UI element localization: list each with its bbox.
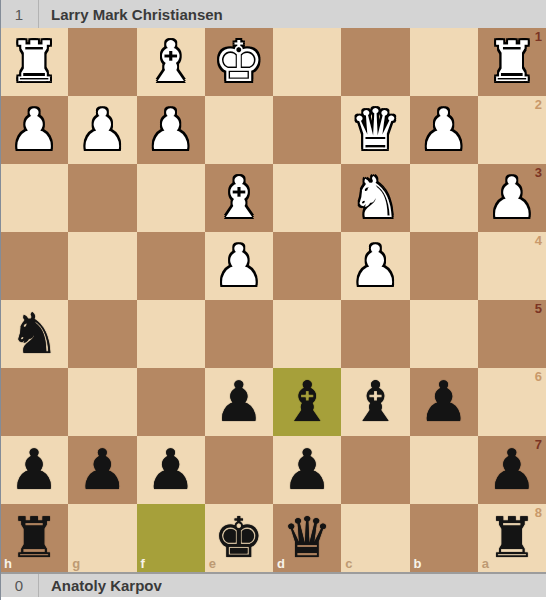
square-e5[interactable] [205, 300, 273, 368]
square-e1[interactable]: ♚ [205, 28, 273, 96]
square-h4[interactable] [0, 232, 68, 300]
bottom-player-bar: 0 Anatoly Karpov [0, 572, 546, 597]
square-h1[interactable]: ♜ [0, 28, 68, 96]
square-a7[interactable]: ♟7 [478, 436, 546, 504]
square-g3[interactable] [68, 164, 136, 232]
square-d3[interactable] [273, 164, 341, 232]
file-label-b: b [414, 557, 422, 570]
square-d2[interactable] [273, 96, 341, 164]
square-d7[interactable]: ♟ [273, 436, 341, 504]
square-g5[interactable] [68, 300, 136, 368]
square-g8[interactable]: g [68, 504, 136, 572]
white-pawn-piece[interactable]: ♟ [9, 102, 59, 158]
white-bishop-piece[interactable]: ♝ [214, 170, 264, 226]
white-rook-piece[interactable]: ♜ [487, 34, 537, 90]
square-c8[interactable]: c [341, 504, 409, 572]
square-b8[interactable]: b [410, 504, 478, 572]
white-pawn-piece[interactable]: ♟ [419, 102, 469, 158]
file-label-c: c [345, 557, 352, 570]
square-a5[interactable]: 5 [478, 300, 546, 368]
square-c7[interactable] [341, 436, 409, 504]
square-e4[interactable]: ♟ [205, 232, 273, 300]
square-e7[interactable] [205, 436, 273, 504]
square-a3[interactable]: ♟3 [478, 164, 546, 232]
square-a1[interactable]: ♜1 [478, 28, 546, 96]
black-pawn-piece[interactable]: ♟ [419, 374, 469, 430]
square-a4[interactable]: 4 [478, 232, 546, 300]
square-c3[interactable]: ♞ [341, 164, 409, 232]
square-f7[interactable]: ♟ [137, 436, 205, 504]
square-h2[interactable]: ♟ [0, 96, 68, 164]
file-label-g: g [72, 557, 80, 570]
white-rook-piece[interactable]: ♜ [9, 34, 59, 90]
square-c2[interactable]: ♛ [341, 96, 409, 164]
white-king-piece[interactable]: ♚ [214, 34, 264, 90]
square-d8[interactable]: ♛d [273, 504, 341, 572]
white-pawn-piece[interactable]: ♟ [77, 102, 127, 158]
square-h5[interactable]: ♞ [0, 300, 68, 368]
square-b4[interactable] [410, 232, 478, 300]
square-f8[interactable]: f [137, 504, 205, 572]
square-g1[interactable] [68, 28, 136, 96]
black-rook-piece[interactable]: ♜ [487, 510, 537, 566]
black-pawn-piece[interactable]: ♟ [214, 374, 264, 430]
square-f5[interactable] [137, 300, 205, 368]
black-pawn-piece[interactable]: ♟ [487, 442, 537, 498]
square-e2[interactable] [205, 96, 273, 164]
white-pawn-piece[interactable]: ♟ [214, 238, 264, 294]
top-player-name: Larry Mark Christiansen [39, 6, 223, 23]
square-e6[interactable]: ♟ [205, 368, 273, 436]
square-a8[interactable]: ♜8a [478, 504, 546, 572]
square-a2[interactable]: 2 [478, 96, 546, 164]
black-bishop-piece[interactable]: ♝ [282, 374, 332, 430]
square-g6[interactable] [68, 368, 136, 436]
square-e3[interactable]: ♝ [205, 164, 273, 232]
square-h3[interactable] [0, 164, 68, 232]
white-bishop-piece[interactable]: ♝ [146, 34, 196, 90]
white-knight-piece[interactable]: ♞ [350, 170, 400, 226]
chess-app-window: 1 Larry Mark Christiansen ♜♝♚♜1♟♟♟♛♟2♝♞♟… [0, 0, 546, 600]
black-queen-piece[interactable]: ♛ [282, 510, 332, 566]
file-label-f: f [141, 557, 145, 570]
rank-label-6: 6 [535, 370, 542, 383]
rank-label-5: 5 [535, 302, 542, 315]
rank-label-4: 4 [535, 234, 542, 247]
square-d5[interactable] [273, 300, 341, 368]
square-h6[interactable] [0, 368, 68, 436]
square-c4[interactable]: ♟ [341, 232, 409, 300]
square-b5[interactable] [410, 300, 478, 368]
square-b2[interactable]: ♟ [410, 96, 478, 164]
square-c5[interactable] [341, 300, 409, 368]
square-b3[interactable] [410, 164, 478, 232]
square-c6[interactable]: ♝ [341, 368, 409, 436]
chess-board[interactable]: ♜♝♚♜1♟♟♟♛♟2♝♞♟3♟♟4♞5♟♝♝♟6♟♟♟♟♟7♜hgf♚e♛dc… [0, 28, 546, 572]
square-b7[interactable] [410, 436, 478, 504]
top-player-score: 1 [0, 6, 38, 23]
white-pawn-piece[interactable]: ♟ [487, 170, 537, 226]
black-knight-piece[interactable]: ♞ [9, 306, 59, 362]
square-b6[interactable]: ♟ [410, 368, 478, 436]
black-pawn-piece[interactable]: ♟ [146, 442, 196, 498]
black-pawn-piece[interactable]: ♟ [77, 442, 127, 498]
square-g7[interactable]: ♟ [68, 436, 136, 504]
black-pawn-piece[interactable]: ♟ [282, 442, 332, 498]
square-e8[interactable]: ♚e [205, 504, 273, 572]
top-player-bar: 1 Larry Mark Christiansen [0, 0, 546, 28]
white-pawn-piece[interactable]: ♟ [146, 102, 196, 158]
bottom-player-name: Anatoly Karpov [39, 577, 162, 594]
bottom-player-score: 0 [0, 577, 38, 594]
rank-label-2: 2 [535, 98, 542, 111]
square-g2[interactable]: ♟ [68, 96, 136, 164]
square-g4[interactable] [68, 232, 136, 300]
black-pawn-piece[interactable]: ♟ [9, 442, 59, 498]
square-h7[interactable]: ♟ [0, 436, 68, 504]
square-d4[interactable] [273, 232, 341, 300]
square-a6[interactable]: 6 [478, 368, 546, 436]
white-queen-piece[interactable]: ♛ [350, 102, 400, 158]
square-b1[interactable] [410, 28, 478, 96]
square-d6[interactable]: ♝ [273, 368, 341, 436]
square-c1[interactable] [341, 28, 409, 96]
black-rook-piece[interactable]: ♜ [9, 510, 59, 566]
square-f2[interactable]: ♟ [137, 96, 205, 164]
square-f4[interactable] [137, 232, 205, 300]
square-f6[interactable] [137, 368, 205, 436]
square-d1[interactable] [273, 28, 341, 96]
black-bishop-piece[interactable]: ♝ [350, 374, 400, 430]
black-king-piece[interactable]: ♚ [214, 510, 264, 566]
square-h8[interactable]: ♜h [0, 504, 68, 572]
square-f1[interactable]: ♝ [137, 28, 205, 96]
white-pawn-piece[interactable]: ♟ [350, 238, 400, 294]
square-f3[interactable] [137, 164, 205, 232]
